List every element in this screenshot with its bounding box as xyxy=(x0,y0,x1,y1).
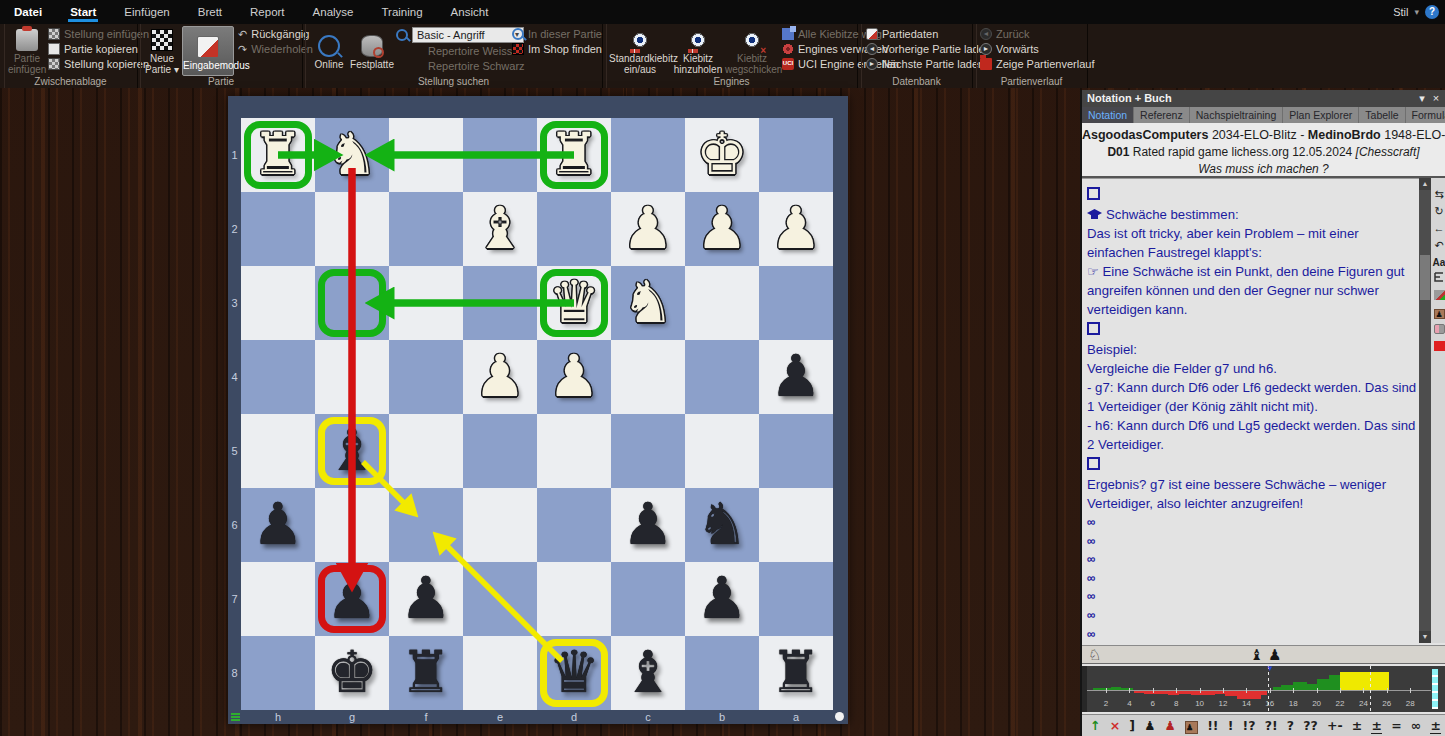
ribbon-item-vorherige-partie-laden[interactable]: ◄Vorherige Partie laden xyxy=(866,42,991,56)
file-label-b: b xyxy=(685,710,759,724)
square-a3[interactable] xyxy=(759,266,833,340)
rank-label-1: 1 xyxy=(228,149,241,161)
ribbon-button-partie-einf-gen[interactable]: Partieeinfügen xyxy=(8,26,46,76)
eval-tick-label: 26 xyxy=(1382,699,1391,708)
annotation-paragraph: Ergebnis? g7 ist eine bessere Schwäche –… xyxy=(1087,475,1417,513)
black-knight-b6[interactable]: ♞ xyxy=(685,488,759,562)
reorder-variations-icon[interactable]: ↻ xyxy=(1431,203,1445,220)
ribbon-button-kiebitz-wegschicken[interactable]: Kiebitzwegschicken xyxy=(725,26,779,76)
eval-bar-white xyxy=(1293,682,1307,690)
collapsed-line-symbol[interactable]: ∞ xyxy=(1087,532,1417,551)
tab-plan-explorer[interactable]: Plan Explorer xyxy=(1283,107,1359,123)
tab-notation[interactable]: Notation xyxy=(1082,107,1134,123)
forward-icon: ► xyxy=(980,43,992,55)
square-a6[interactable] xyxy=(759,488,833,562)
menu-bar-right: Stil ▾ ? xyxy=(1393,0,1439,24)
uci-engine-icon xyxy=(782,58,794,70)
search-disk-icon xyxy=(361,35,383,57)
white-knight-g1[interactable]: ♞ xyxy=(315,118,389,192)
square-f1[interactable] xyxy=(389,118,463,192)
ribbon-button-online[interactable]: Online xyxy=(310,26,348,76)
black-rook-a8[interactable]: ♜ xyxy=(759,636,833,710)
panel-tabs: NotationReferenzNachspieltrainingPlan Ex… xyxy=(1082,107,1445,123)
eval-bar-white xyxy=(1111,687,1121,690)
rank-label-3: 3 xyxy=(228,297,241,309)
tab-formular[interactable]: Formular xyxy=(1406,107,1445,123)
ribbon-item-label: Nächste Partie laden xyxy=(882,58,984,70)
eval-bar-black xyxy=(1168,691,1179,695)
file-label-a: a xyxy=(759,710,833,724)
eval-tick-label: 6 xyxy=(1151,699,1155,708)
ribbon-item-im-shop-finden[interactable]: Im Shop finden xyxy=(512,42,602,56)
black-pawn-a4[interactable]: ♟ xyxy=(759,340,833,414)
undo-icon: ↶ xyxy=(238,28,247,40)
collapsed-line-symbol[interactable]: ∞ xyxy=(1087,606,1417,625)
ribbon-item-in-dieser-partie[interactable]: In dieser Partie xyxy=(512,27,602,41)
eval-tick xyxy=(1293,688,1294,693)
eval-tick xyxy=(1340,688,1341,693)
eval-bar-black xyxy=(1203,691,1215,695)
menu-tab-einfügen[interactable]: Einfügen xyxy=(110,0,183,24)
annotation-question: Was muss ich machen ? xyxy=(1082,162,1445,176)
square-a5[interactable] xyxy=(759,414,833,488)
ribbon-item-stellung-einfügen[interactable]: Stellung einfügen xyxy=(48,27,149,41)
file-label-e: e xyxy=(463,710,537,724)
square-f6[interactable] xyxy=(389,488,463,562)
promote-variation-icon[interactable]: ← xyxy=(1431,220,1445,237)
square-d5[interactable] xyxy=(537,414,611,488)
menu-bar: DateiStartEinfügenBrettReportAnalyseTrai… xyxy=(0,0,1445,24)
repertoire-combo[interactable]: Basic - Angriff▾ xyxy=(396,26,524,43)
copy-game-icon xyxy=(48,43,60,55)
help-icon[interactable]: ? xyxy=(1425,5,1439,19)
annotation-symbol[interactable]: ♟ xyxy=(1144,718,1155,733)
square-e6[interactable] xyxy=(463,488,537,562)
ribbon-item-label: Partiedaten xyxy=(882,28,938,40)
annotation-symbol[interactable]: × xyxy=(1110,718,1120,733)
annotation-symbol[interactable]: ± xyxy=(1430,718,1440,734)
input-mode-icon xyxy=(197,36,219,58)
material-white-extra: ♘ xyxy=(1088,646,1101,664)
search-repertoire-icon xyxy=(396,29,408,41)
rank-label-2: 2 xyxy=(228,223,241,235)
eval-tick xyxy=(1270,688,1271,693)
annotation-symbol[interactable]: ? xyxy=(1287,718,1294,733)
eval-tick-label: 28 xyxy=(1406,699,1415,708)
chevron-down-icon[interactable]: ▾ xyxy=(1414,7,1419,17)
rank-label-8: 8 xyxy=(228,667,241,679)
chessbase-window: DateiStartEinfügenBrettReportAnalyseTrai… xyxy=(0,0,1445,736)
square-h2[interactable] xyxy=(241,192,315,266)
white-pawn-d4[interactable]: ♟ xyxy=(537,340,611,414)
annotation-symbol[interactable]: = xyxy=(1391,718,1401,733)
ribbon: ZwischenablagePartieeinfügenStellung ein… xyxy=(0,24,1445,88)
back-icon: ◄ xyxy=(980,28,992,40)
eval-bar-black xyxy=(1144,691,1156,694)
ribbon-button-eingabemodus[interactable]: Eingabemodus xyxy=(182,26,234,76)
eval-marker-line xyxy=(1370,666,1371,712)
graduation-cap-icon xyxy=(1087,209,1102,220)
kiebitz-all-off-icon xyxy=(782,28,794,40)
collapsed-line-symbol[interactable]: ∞ xyxy=(1087,550,1417,569)
ribbon-item-label: In dieser Partie xyxy=(528,28,602,40)
ribbon-group-label: Engines xyxy=(606,76,857,87)
menu-tab-datei[interactable]: Datei xyxy=(0,0,56,24)
current-move-pointer-icon: ▼ xyxy=(1266,666,1274,673)
annotation-side-toolbar: ⇆↻←↶Aa♟ xyxy=(1431,178,1445,643)
ribbon-item-label: Zurück xyxy=(996,28,1030,40)
material-balance-strip: ♘♝♟ xyxy=(1082,645,1445,664)
ribbon-group-label: Zwischenablage xyxy=(4,76,137,87)
board-menu-icon[interactable] xyxy=(231,713,240,721)
ribbon-group-label: Stellung suchen xyxy=(305,76,602,87)
square-f3[interactable] xyxy=(389,266,463,340)
eval-bar-decisive xyxy=(1340,672,1389,690)
pieces-pair-icon[interactable]: ♟ xyxy=(1185,718,1198,734)
game-history-icon xyxy=(980,58,992,70)
eval-tick xyxy=(1106,688,1107,693)
annotation-paragraph: Beispiel: xyxy=(1087,340,1417,359)
square-e1[interactable] xyxy=(463,118,537,192)
black-pawn-g7[interactable]: ♟ xyxy=(315,562,389,636)
square-b3[interactable] xyxy=(685,266,759,340)
eval-tick-label: 24 xyxy=(1359,699,1368,708)
ribbon-item-label: Vorherige Partie laden xyxy=(882,43,991,55)
notation-text[interactable]: Schwäche bestimmen:Das ist oft tricky, a… xyxy=(1082,178,1419,643)
style-menu[interactable]: Stil xyxy=(1393,6,1408,18)
eval-tick-label: 8 xyxy=(1174,699,1178,708)
collapsed-line-symbol[interactable]: ∞ xyxy=(1087,569,1417,588)
ribbon-item-vorwärts[interactable]: ►Vorwärts xyxy=(980,42,1039,56)
white-pawn-e4[interactable]: ♟ xyxy=(463,340,537,414)
eval-bar-black xyxy=(1261,691,1267,695)
eval-tick-label: 22 xyxy=(1336,699,1345,708)
ribbon-group-label: Partienverlauf xyxy=(976,76,1087,87)
delete-variation-icon[interactable]: ↶ xyxy=(1431,237,1445,254)
paste-game-icon xyxy=(16,29,38,51)
black-rook-f8[interactable]: ♜ xyxy=(389,636,463,710)
menu-tab-report[interactable]: Report xyxy=(236,0,299,24)
square-d2[interactable] xyxy=(537,192,611,266)
red-square-marker-icon[interactable] xyxy=(1431,339,1445,356)
collapsed-line-symbol[interactable]: ∞ xyxy=(1087,513,1417,532)
white-rook-h1[interactable]: ♜ xyxy=(241,118,315,192)
paste-position-icon xyxy=(48,28,60,40)
panel-title: Notation + Buch xyxy=(1087,92,1172,104)
white-king-b1[interactable]: ♚ xyxy=(685,118,759,192)
collapse-icon[interactable]: ▾ xyxy=(1415,90,1429,107)
eval-bar-black xyxy=(1156,691,1168,694)
eval-tick xyxy=(1387,688,1388,693)
search-this-game-icon xyxy=(512,28,524,40)
annotation-symbol[interactable]: ] xyxy=(1129,718,1135,733)
eval-bar-white xyxy=(1307,684,1317,690)
eval-bar-white xyxy=(1093,688,1111,690)
ribbon-item-label: Wiederholen xyxy=(251,43,313,55)
piece-annotation-icon[interactable]: ♟ xyxy=(1431,305,1445,322)
eval-tick xyxy=(1410,688,1411,693)
annotation-symbol[interactable]: !? xyxy=(1243,718,1256,733)
color-commentary-icon[interactable] xyxy=(1431,288,1445,305)
file-label-c: c xyxy=(611,710,685,724)
eval-tick xyxy=(1200,688,1201,693)
eval-tick xyxy=(1317,688,1318,693)
annotation-paragraph: Schwäche bestimmen: xyxy=(1087,205,1417,224)
menu-tabs: DateiStartEinfügenBrettReportAnalyseTrai… xyxy=(0,0,502,24)
square-a1[interactable] xyxy=(759,118,833,192)
shop-icon xyxy=(512,43,524,55)
eval-tick xyxy=(1129,688,1130,693)
square-h4[interactable] xyxy=(241,340,315,414)
white-pawn-a2[interactable]: ♟ xyxy=(759,192,833,266)
copy-position-icon xyxy=(48,58,60,70)
square-f2[interactable] xyxy=(389,192,463,266)
collapsed-line-symbol[interactable]: ∞ xyxy=(1087,625,1417,643)
variation-tree-icon[interactable] xyxy=(1431,271,1445,288)
turn-indicator xyxy=(835,712,844,721)
square-c4[interactable] xyxy=(611,340,685,414)
ribbon-item-repertoire-weiss[interactable]: Repertoire Weiss xyxy=(412,44,512,58)
eval-bar-white xyxy=(1329,675,1340,690)
eval-bar-black xyxy=(1251,691,1261,699)
next-game-icon: ► xyxy=(866,58,878,70)
eval-tick-label: 2 xyxy=(1104,699,1108,708)
black-pawn-b7[interactable]: ♟ xyxy=(685,562,759,636)
file-label-g: g xyxy=(315,710,389,724)
black-pawn-f7[interactable]: ♟ xyxy=(389,562,463,636)
eval-bar-white xyxy=(1281,685,1293,690)
square-e8[interactable] xyxy=(463,636,537,710)
ribbon-button-festplatte[interactable]: Festplatte xyxy=(350,26,394,76)
material-black-extra: ♝ xyxy=(1250,646,1263,664)
eval-tick xyxy=(1363,688,1364,693)
eval-bar-black xyxy=(1134,691,1144,693)
engines-manage-icon xyxy=(782,43,794,55)
annotation-symbol[interactable]: ↑ xyxy=(1090,718,1100,733)
annotation-symbol[interactable]: ± xyxy=(1352,718,1362,733)
menu-tab-analyse[interactable]: Analyse xyxy=(299,0,368,24)
notation-scrollbar[interactable]: ▲ ▼ xyxy=(1419,178,1431,643)
black-bishop-c8[interactable]: ♝ xyxy=(611,636,685,710)
scroll-down-icon[interactable]: ▼ xyxy=(1419,631,1431,643)
ribbon-item-zeige-partienverlauf[interactable]: Zeige Partienverlauf xyxy=(980,57,1094,71)
black-king-g8[interactable]: ♚ xyxy=(315,636,389,710)
eval-tick-label: 4 xyxy=(1127,699,1131,708)
ribbon-item-partiedaten[interactable]: Partiedaten xyxy=(866,27,938,41)
square-d6[interactable] xyxy=(537,488,611,562)
ribbon-item-label: Stellung kopieren xyxy=(64,58,149,70)
search-online-icon xyxy=(318,35,340,57)
notation-panel: Notation + Buch ▾ × NotationReferenzNach… xyxy=(1080,90,1445,736)
annotation-symbol[interactable]: ♟ xyxy=(1165,718,1176,733)
square-h7[interactable] xyxy=(241,562,315,636)
game-data-icon xyxy=(866,28,878,40)
square-g4[interactable] xyxy=(315,340,389,414)
kiebitz-remove-icon xyxy=(741,29,763,51)
ribbon-button-neue-partie-[interactable]: NeuePartie ▾ xyxy=(144,26,180,76)
material-black-extra: ♟ xyxy=(1268,646,1281,664)
annotation-paragraph: Vergleiche die Felder g7 und h6. xyxy=(1087,359,1417,378)
eval-tick-label: 12 xyxy=(1219,699,1228,708)
file-label-f: f xyxy=(389,710,463,724)
white-pawn-c2[interactable]: ♟ xyxy=(611,192,685,266)
ribbon-item-label: Stellung einfügen xyxy=(64,28,149,40)
square-e3[interactable] xyxy=(463,266,537,340)
eval-tick-label: 14 xyxy=(1242,699,1251,708)
eval-axis-strip xyxy=(1082,666,1087,712)
eval-tick-label: 20 xyxy=(1312,699,1321,708)
black-pawn-h6[interactable]: ♟ xyxy=(241,488,315,562)
variation-arrows-icon[interactable]: ⇆ xyxy=(1431,186,1445,203)
menu-tab-ansicht[interactable]: Ansicht xyxy=(437,0,503,24)
annotation-symbol[interactable]: ∞ xyxy=(1411,718,1421,733)
chess-board-panel: ♜♞♜♚♝♟♟♟♛♞♟♟♟♝♟♟♞♟♟♟♚♜♛♝♜ 12345678hgfedc… xyxy=(228,96,848,724)
white-queen-d3[interactable]: ♛ xyxy=(537,266,611,340)
annotation-symbol[interactable]: ?! xyxy=(1265,718,1278,733)
rank-label-6: 6 xyxy=(228,519,241,531)
checkbox-symbol xyxy=(1087,457,1100,470)
square-f5[interactable] xyxy=(389,414,463,488)
menu-tab-brett[interactable]: Brett xyxy=(184,0,236,24)
rank-label-5: 5 xyxy=(228,445,241,457)
players-line: AsgoodasComputers 2034-ELO-Blitz - Medin… xyxy=(1082,128,1445,142)
annotation-symbol[interactable]: ± xyxy=(1371,718,1381,734)
ribbon-item-label: Im Shop finden xyxy=(528,43,602,55)
square-f4[interactable] xyxy=(389,340,463,414)
tab-tabelle[interactable]: Tabelle xyxy=(1359,107,1405,123)
ribbon-item-label: Repertoire Schwarz xyxy=(428,60,525,72)
ribbon-item-partie-kopieren[interactable]: Partie kopieren xyxy=(48,42,138,56)
eraser-icon[interactable] xyxy=(1431,322,1445,339)
eval-tick-label: 10 xyxy=(1195,699,1204,708)
eval-tick xyxy=(1223,688,1224,693)
ribbon-item-repertoire-schwarz[interactable]: Repertoire Schwarz xyxy=(412,59,525,73)
annotation-paragraph: - g7: Kann durch Df6 oder Lf6 gedeckt we… xyxy=(1087,378,1417,416)
square-a7[interactable] xyxy=(759,562,833,636)
square-d7[interactable] xyxy=(537,562,611,636)
pointing-hand-icon: ☞ xyxy=(1087,264,1103,279)
square-h8[interactable] xyxy=(241,636,315,710)
white-bishop-e2[interactable]: ♝ xyxy=(463,192,537,266)
annotation-symbol[interactable]: !! xyxy=(1207,718,1218,733)
kiebitz-add-icon xyxy=(687,29,709,51)
square-g2[interactable] xyxy=(315,192,389,266)
annotation-paragraph: Das ist oft tricky, aber kein Problem – … xyxy=(1087,224,1417,262)
ribbon-item-rückgängig[interactable]: ↶Rückgängig xyxy=(238,27,309,41)
new-game-board-icon xyxy=(151,29,173,51)
highlight-g3 xyxy=(318,269,386,337)
eval-bar-white xyxy=(1317,679,1329,690)
black-bishop-g5[interactable]: ♝ xyxy=(315,414,389,488)
white-pawn-b2[interactable]: ♟ xyxy=(685,192,759,266)
text-annotation-icon[interactable]: Aa xyxy=(1431,254,1445,271)
ribbon-item-label: Repertoire Weiss xyxy=(428,45,512,57)
ribbon-button-kiebitz-hinzuholen[interactable]: Kiebitzhinzuholen xyxy=(673,26,723,76)
ribbon-group-label: Datenbank xyxy=(861,76,972,87)
annotation-symbol-toolbar: ↑×]♟♟♟!!!!??!???+-±±=∞± xyxy=(1082,714,1445,736)
ribbon-item-label: Vorwärts xyxy=(996,43,1039,55)
scroll-up-icon[interactable]: ▲ xyxy=(1419,178,1431,190)
prev-game-icon: ◄ xyxy=(866,43,878,55)
evaluation-graph[interactable]: 246810121416182022242628▼ xyxy=(1082,666,1445,712)
menu-tab-training[interactable]: Training xyxy=(367,0,436,24)
tab-nachspieltraining[interactable]: Nachspieltraining xyxy=(1190,107,1284,123)
ribbon-item-nächste-partie-laden[interactable]: ►Nächste Partie laden xyxy=(866,57,984,71)
square-h3[interactable] xyxy=(241,266,315,340)
ribbon-item-zurück[interactable]: ◄Zurück xyxy=(980,27,1030,41)
chess-board[interactable]: ♜♞♜♚♝♟♟♟♛♞♟♟♟♝♟♟♞♟♟♟♚♜♛♝♜ xyxy=(241,118,833,710)
square-e5[interactable] xyxy=(463,414,537,488)
panel-titlebar: Notation + Buch ▾ × xyxy=(1082,90,1445,107)
ribbon-item-wiederholen[interactable]: ↷Wiederholen xyxy=(238,42,313,56)
annotation-symbol[interactable]: ! xyxy=(1228,718,1234,733)
redo-icon: ↷ xyxy=(238,43,247,55)
event-line: D01 Rated rapid game lichess.org 12.05.2… xyxy=(1082,145,1445,159)
menu-tab-start[interactable]: Start xyxy=(56,0,110,24)
rank-label-4: 4 xyxy=(228,371,241,383)
square-c7[interactable] xyxy=(611,562,685,636)
eval-bar-black xyxy=(1237,691,1251,699)
file-label-h: h xyxy=(241,710,315,724)
collapsed-line-symbol[interactable]: ∞ xyxy=(1087,587,1417,606)
eval-bar-black xyxy=(1191,691,1203,695)
annotation-paragraph: ☞ Eine Schwäche ist ein Punkt, den deine… xyxy=(1087,262,1417,319)
black-pawn-c6[interactable]: ♟ xyxy=(611,488,685,562)
ribbon-item-label: Partie kopieren xyxy=(64,43,138,55)
eval-bar-white xyxy=(1121,688,1133,690)
annotation-paragraph: - h6: Kann durch Df6 und Lg5 gedeckt wer… xyxy=(1087,416,1417,454)
square-c1[interactable] xyxy=(611,118,685,192)
white-knight-c3[interactable]: ♞ xyxy=(611,266,685,340)
square-e7[interactable] xyxy=(463,562,537,636)
close-icon[interactable]: × xyxy=(1429,90,1443,107)
ribbon-item-label: Rückgängig xyxy=(251,28,309,40)
file-label-d: d xyxy=(537,710,611,724)
eval-bar-black xyxy=(1225,691,1237,696)
square-g6[interactable] xyxy=(315,488,389,562)
black-queen-d8[interactable]: ♛ xyxy=(537,636,611,710)
ribbon-button-standardkiebitz-ein-aus[interactable]: Standardkiebitzein/aus xyxy=(609,26,671,76)
scrollbar-thumb[interactable] xyxy=(1420,255,1430,300)
eval-tick xyxy=(1246,688,1247,693)
eval-tick-label: 18 xyxy=(1289,699,1298,708)
square-b5[interactable] xyxy=(685,414,759,488)
kiebitz-default-icon xyxy=(629,29,651,51)
square-b4[interactable] xyxy=(685,340,759,414)
combo-value: Basic - Angriff xyxy=(417,28,485,42)
checkbox-symbol xyxy=(1087,187,1100,200)
annotation-symbol[interactable]: ?? xyxy=(1303,718,1318,733)
tab-referenz[interactable]: Referenz xyxy=(1134,107,1190,123)
white-rook-d1[interactable]: ♜ xyxy=(537,118,611,192)
ribbon-item-label: Zeige Partienverlauf xyxy=(996,58,1094,70)
checkbox-symbol xyxy=(1087,322,1100,335)
eval-tick xyxy=(1176,688,1177,693)
eval-tick xyxy=(1153,688,1154,693)
eval-bar-black xyxy=(1179,691,1191,694)
rank-label-7: 7 xyxy=(228,593,241,605)
ribbon-item-stellung-kopieren[interactable]: Stellung kopieren xyxy=(48,57,149,71)
eval-bar-white xyxy=(1273,687,1281,690)
square-b8[interactable] xyxy=(685,636,759,710)
annotation-symbol[interactable]: +- xyxy=(1327,718,1343,733)
game-header: AsgoodasComputers 2034-ELO-Blitz - Medin… xyxy=(1082,123,1445,178)
square-h5[interactable] xyxy=(241,414,315,488)
square-c5[interactable] xyxy=(611,414,685,488)
ribbon-group-label: Partie xyxy=(140,76,302,87)
eval-side-gauge xyxy=(1432,669,1438,709)
